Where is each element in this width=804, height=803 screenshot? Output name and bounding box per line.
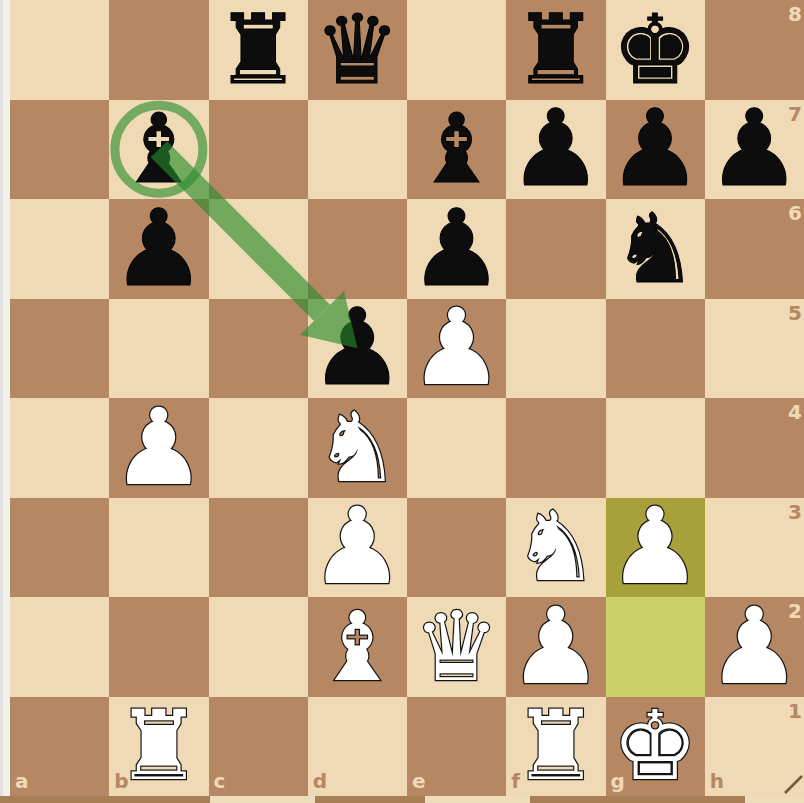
square-c3[interactable]	[209, 498, 308, 598]
coord-label-c: c	[214, 769, 226, 793]
square-e3[interactable]	[407, 498, 506, 598]
black-pawn-h7[interactable]: ♟	[705, 100, 804, 200]
square-c6[interactable]	[209, 199, 308, 299]
square-h2[interactable]: ♟2	[705, 597, 804, 697]
square-c5[interactable]	[209, 299, 308, 399]
square-d3[interactable]: ♟	[308, 498, 407, 598]
square-d8[interactable]: ♛	[308, 0, 407, 100]
white-pawn-e5[interactable]: ♟	[407, 299, 506, 399]
white-rook-f1[interactable]: ♜	[506, 697, 605, 797]
coord-label-a: a	[15, 769, 29, 793]
square-b8[interactable]	[109, 0, 208, 100]
square-b5[interactable]	[109, 299, 208, 399]
coord-label-3: 3	[788, 500, 802, 524]
square-e1[interactable]: e	[407, 697, 506, 797]
coord-label-h: h	[710, 769, 724, 793]
square-g6[interactable]: ♞	[606, 199, 705, 299]
black-king-g8[interactable]: ♚	[606, 0, 705, 100]
white-pawn-h2[interactable]: ♟	[705, 597, 804, 697]
square-d5[interactable]: ♟	[308, 299, 407, 399]
square-a6[interactable]	[10, 199, 109, 299]
square-f2[interactable]: ♟	[506, 597, 605, 697]
square-h8[interactable]: 8	[705, 0, 804, 100]
square-b2[interactable]	[109, 597, 208, 697]
square-a2[interactable]	[10, 597, 109, 697]
black-rook-f8[interactable]: ♜	[506, 0, 605, 100]
square-b7[interactable]: ♝	[109, 100, 208, 200]
white-rook-b1[interactable]: ♜	[109, 697, 208, 797]
black-knight-g6[interactable]: ♞	[606, 199, 705, 299]
square-a8[interactable]	[10, 0, 109, 100]
square-d1[interactable]: d	[308, 697, 407, 797]
bottom-strip-segment-2	[315, 796, 425, 803]
square-h6[interactable]: 6	[705, 199, 804, 299]
square-a5[interactable]	[10, 299, 109, 399]
white-bishop-d2[interactable]: ♝	[308, 597, 407, 697]
chess-board: ♜♛♜♚8♝♝♟♟♟7♟♟♞6♟♟5♟♞4♟♞♟3♝♛♟♟2a♜bcde♜f♚g…	[10, 0, 804, 796]
black-queen-d8[interactable]: ♛	[308, 0, 407, 100]
white-pawn-f2[interactable]: ♟	[506, 597, 605, 697]
square-g4[interactable]	[606, 398, 705, 498]
square-c4[interactable]	[209, 398, 308, 498]
square-g7[interactable]: ♟	[606, 100, 705, 200]
square-g8[interactable]: ♚	[606, 0, 705, 100]
square-f5[interactable]	[506, 299, 605, 399]
square-h3[interactable]: 3	[705, 498, 804, 598]
square-h5[interactable]: 5	[705, 299, 804, 399]
coord-label-4: 4	[788, 400, 802, 424]
square-e8[interactable]	[407, 0, 506, 100]
square-g5[interactable]	[606, 299, 705, 399]
square-g1[interactable]: ♚g	[606, 697, 705, 797]
black-rook-c8[interactable]: ♜	[209, 0, 308, 100]
square-c1[interactable]: c	[209, 697, 308, 797]
black-pawn-e6[interactable]: ♟	[407, 199, 506, 299]
square-a3[interactable]	[10, 498, 109, 598]
black-bishop-e7[interactable]: ♝	[407, 100, 506, 200]
square-h4[interactable]: 4	[705, 398, 804, 498]
square-a4[interactable]	[10, 398, 109, 498]
white-pawn-g3[interactable]: ♟	[606, 498, 705, 598]
square-e2[interactable]: ♛	[407, 597, 506, 697]
square-e7[interactable]: ♝	[407, 100, 506, 200]
white-knight-f3[interactable]: ♞	[506, 498, 605, 598]
square-f6[interactable]	[506, 199, 605, 299]
square-a7[interactable]	[10, 100, 109, 200]
square-f4[interactable]	[506, 398, 605, 498]
square-b1[interactable]: ♜b	[109, 697, 208, 797]
coord-label-8: 8	[788, 2, 802, 26]
square-d6[interactable]	[308, 199, 407, 299]
white-king-g1[interactable]: ♚	[606, 697, 705, 797]
square-h7[interactable]: ♟7	[705, 100, 804, 200]
square-c8[interactable]: ♜	[209, 0, 308, 100]
square-g3[interactable]: ♟	[606, 498, 705, 598]
coord-label-e: e	[412, 769, 426, 793]
bottom-strip-segment-1	[210, 796, 315, 803]
black-pawn-g7[interactable]: ♟	[606, 100, 705, 200]
square-e5[interactable]: ♟	[407, 299, 506, 399]
square-b4[interactable]: ♟	[109, 398, 208, 498]
square-h1[interactable]: h1	[705, 697, 804, 797]
square-d4[interactable]: ♞	[308, 398, 407, 498]
white-knight-d4[interactable]: ♞	[308, 398, 407, 498]
square-e6[interactable]: ♟	[407, 199, 506, 299]
white-pawn-d3[interactable]: ♟	[308, 498, 407, 598]
square-d7[interactable]	[308, 100, 407, 200]
square-d2[interactable]: ♝	[308, 597, 407, 697]
square-c2[interactable]	[209, 597, 308, 697]
black-pawn-d5[interactable]: ♟	[308, 299, 407, 399]
coord-label-d: d	[313, 769, 327, 793]
page-left-gutter	[0, 0, 10, 803]
white-queen-e2[interactable]: ♛	[407, 597, 506, 697]
coord-label-5: 5	[788, 301, 802, 325]
square-f7[interactable]: ♟	[506, 100, 605, 200]
square-f8[interactable]: ♜	[506, 0, 605, 100]
white-pawn-b4[interactable]: ♟	[109, 398, 208, 498]
black-pawn-f7[interactable]: ♟	[506, 100, 605, 200]
square-f3[interactable]: ♞	[506, 498, 605, 598]
square-a1[interactable]: a	[10, 697, 109, 797]
black-pawn-b6[interactable]: ♟	[109, 199, 208, 299]
square-b3[interactable]	[109, 498, 208, 598]
square-e4[interactable]	[407, 398, 506, 498]
square-g2[interactable]	[606, 597, 705, 697]
square-b6[interactable]: ♟	[109, 199, 208, 299]
square-c7[interactable]	[209, 100, 308, 200]
square-f1[interactable]: ♜f	[506, 697, 605, 797]
bottom-strip-segment-5	[745, 796, 804, 803]
black-bishop-b7[interactable]: ♝	[109, 100, 208, 200]
